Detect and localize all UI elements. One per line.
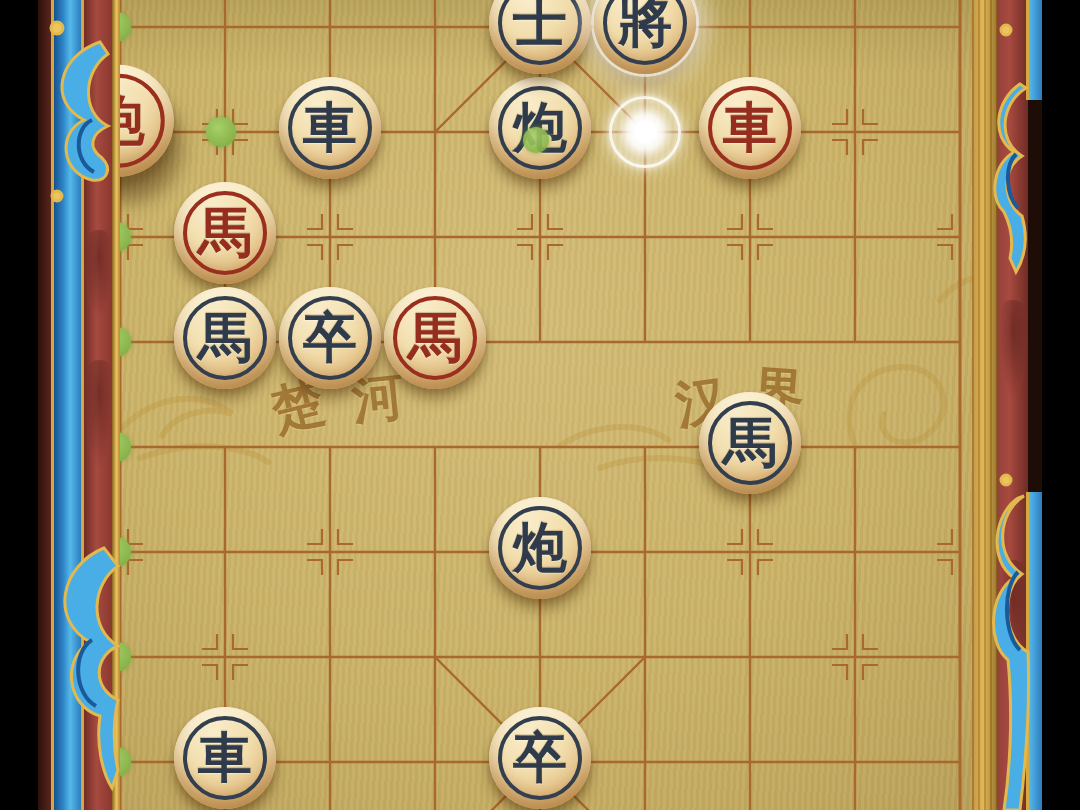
black-cannon-piece[interactable]: 炮 bbox=[489, 497, 591, 599]
black-advisor-piece[interactable]: 士 bbox=[489, 0, 591, 74]
piece-character: 馬 bbox=[699, 392, 801, 494]
board-frame-right bbox=[960, 0, 1080, 810]
black-chariot-piece[interactable]: 車 bbox=[279, 77, 381, 179]
board-frame-left bbox=[0, 0, 120, 810]
piece-character: 馬 bbox=[174, 287, 276, 389]
black-general-piece[interactable]: 將 bbox=[594, 0, 696, 74]
black-horse-piece[interactable]: 馬 bbox=[174, 287, 276, 389]
frame-ornament-left bbox=[0, 0, 120, 810]
black-chariot-piece[interactable]: 車 bbox=[174, 707, 276, 809]
black-pawn-piece[interactable]: 卒 bbox=[279, 287, 381, 389]
piece-character: 車 bbox=[279, 77, 381, 179]
piece-character: 馬 bbox=[174, 182, 276, 284]
piece-character: 卒 bbox=[279, 287, 381, 389]
piece-character: 炮 bbox=[489, 497, 591, 599]
capture-hint-dot[interactable] bbox=[523, 127, 549, 153]
black-horse-piece[interactable]: 馬 bbox=[699, 392, 801, 494]
last-move-glow bbox=[585, 72, 705, 192]
piece-character: 將 bbox=[594, 0, 696, 74]
piece-character: 車 bbox=[174, 707, 276, 809]
red-horse-piece[interactable]: 馬 bbox=[384, 287, 486, 389]
xiangqi-game-screen: 楚 河 汉 界 炮車炮車士將馬馬卒馬馬炮車卒 bbox=[0, 0, 1080, 810]
frame-ornament-right bbox=[960, 0, 1080, 810]
red-horse-piece[interactable]: 馬 bbox=[174, 182, 276, 284]
move-hint-dot[interactable] bbox=[206, 117, 236, 147]
red-chariot-piece[interactable]: 車 bbox=[699, 77, 801, 179]
piece-character: 士 bbox=[489, 0, 591, 74]
black-pawn-piece[interactable]: 卒 bbox=[489, 707, 591, 809]
piece-character: 馬 bbox=[384, 287, 486, 389]
piece-character: 卒 bbox=[489, 707, 591, 809]
piece-character: 車 bbox=[699, 77, 801, 179]
